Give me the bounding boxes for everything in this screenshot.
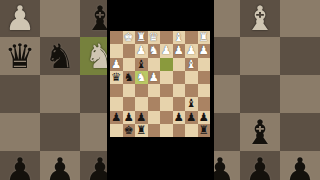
square-r3c1[interactable]: ♟ xyxy=(110,58,123,71)
square-r6c7[interactable]: ♝ xyxy=(185,97,198,110)
square-r6c5[interactable] xyxy=(160,97,173,110)
white-pawn-icon: ♟ xyxy=(161,44,171,57)
video-strip: ♚♜♛♝♜♟♞♟♟♟♟♟♝♝♛♞♞♟♝♟♟♟♟♟♟♚♜♜ xyxy=(107,0,214,180)
black-king-icon: ♚ xyxy=(124,124,134,137)
square-r2c3[interactable]: ♟ xyxy=(135,44,148,57)
square-r4c4[interactable]: ♟ xyxy=(148,71,161,84)
white-rook-icon: ♜ xyxy=(199,31,209,44)
white-king-icon: ♚ xyxy=(124,31,134,44)
square-r3c2[interactable] xyxy=(123,58,136,71)
square-r1c1[interactable] xyxy=(110,31,123,44)
square-r7c3[interactable]: ♟ xyxy=(135,111,148,124)
black-rook-icon: ♜ xyxy=(136,124,146,137)
square-r6c8 xyxy=(280,113,320,151)
square-r5c5[interactable] xyxy=(160,84,173,97)
square-r1c6[interactable]: ♝ xyxy=(173,31,186,44)
square-r4c7 xyxy=(240,37,280,75)
square-r4c5[interactable] xyxy=(160,71,173,84)
square-r8c8[interactable]: ♜ xyxy=(198,124,211,137)
square-r2c2[interactable] xyxy=(123,44,136,57)
square-r3c4[interactable] xyxy=(148,58,161,71)
square-r1c2[interactable]: ♚ xyxy=(123,31,136,44)
white-knight-icon: ♞ xyxy=(149,44,159,57)
white-pawn-icon: ♟ xyxy=(136,44,146,57)
square-r2c7[interactable]: ♟ xyxy=(185,44,198,57)
black-pawn-icon: ♟ xyxy=(186,111,196,124)
square-r1c5[interactable] xyxy=(160,31,173,44)
chess-board: ♚♜♛♝♜♟♞♟♟♟♟♟♝♝♛♞♞♟♝♟♟♟♟♟♟♚♜♜ xyxy=(110,31,210,137)
white-pawn-icon: ♟ xyxy=(5,0,35,37)
square-r3c2 xyxy=(40,0,80,37)
square-r5c4[interactable] xyxy=(148,84,161,97)
square-r4c7[interactable] xyxy=(185,71,198,84)
square-r7c2[interactable]: ♟ xyxy=(123,111,136,124)
square-r3c7[interactable]: ♝ xyxy=(185,58,198,71)
square-r3c7: ♝ xyxy=(240,0,280,37)
black-pawn-icon: ♟ xyxy=(136,111,146,124)
square-r6c2 xyxy=(40,113,80,151)
black-bishop-icon: ♝ xyxy=(186,97,196,110)
square-r8c7[interactable] xyxy=(185,124,198,137)
square-r8c5[interactable] xyxy=(160,124,173,137)
square-r8c4[interactable] xyxy=(148,124,161,137)
white-pawn-icon: ♟ xyxy=(174,44,184,57)
white-rook-icon: ♜ xyxy=(136,31,146,44)
square-r2c6[interactable]: ♟ xyxy=(173,44,186,57)
square-r6c3[interactable] xyxy=(135,97,148,110)
square-r6c2[interactable] xyxy=(123,97,136,110)
square-r5c6[interactable] xyxy=(173,84,186,97)
square-r6c7: ♝ xyxy=(240,113,280,151)
square-r4c2[interactable]: ♞ xyxy=(123,71,136,84)
square-r3c8 xyxy=(280,0,320,37)
white-pawn-icon: ♟ xyxy=(149,71,159,84)
square-r4c3[interactable]: ♞ xyxy=(135,71,148,84)
square-r2c1[interactable] xyxy=(110,44,123,57)
square-r2c4[interactable]: ♞ xyxy=(148,44,161,57)
black-pawn-icon: ♟ xyxy=(45,151,75,180)
black-pawn-icon: ♟ xyxy=(5,151,35,180)
white-knight-icon: ♞ xyxy=(136,71,146,84)
square-r6c6[interactable] xyxy=(173,97,186,110)
square-r8c1[interactable] xyxy=(110,124,123,137)
square-r7c5[interactable] xyxy=(160,111,173,124)
white-bishop-icon: ♝ xyxy=(186,58,196,71)
square-r2c8[interactable]: ♟ xyxy=(198,44,211,57)
square-r4c2: ♞ xyxy=(40,37,80,75)
square-r4c1[interactable]: ♛ xyxy=(110,71,123,84)
square-r3c5[interactable] xyxy=(160,58,173,71)
square-r8c6[interactable] xyxy=(173,124,186,137)
white-pawn-icon: ♟ xyxy=(186,44,196,57)
square-r5c7 xyxy=(240,75,280,113)
square-r7c6[interactable]: ♟ xyxy=(173,111,186,124)
black-bishop-icon: ♝ xyxy=(136,58,146,71)
square-r4c8[interactable] xyxy=(198,71,211,84)
white-queen-icon: ♛ xyxy=(149,31,159,44)
black-rook-icon: ♜ xyxy=(199,124,209,137)
square-r4c1: ♛ xyxy=(0,37,40,75)
black-queen-icon: ♛ xyxy=(5,37,35,75)
black-bishop-icon: ♝ xyxy=(245,113,275,151)
square-r4c8 xyxy=(280,37,320,75)
square-r1c7[interactable] xyxy=(185,31,198,44)
square-r2c5[interactable]: ♟ xyxy=(160,44,173,57)
square-r1c3[interactable]: ♜ xyxy=(135,31,148,44)
square-r1c8[interactable]: ♜ xyxy=(198,31,211,44)
black-pawn-icon: ♟ xyxy=(199,111,209,124)
square-r7c2: ♟ xyxy=(40,151,80,180)
square-r6c8[interactable] xyxy=(198,97,211,110)
square-r6c4[interactable] xyxy=(148,97,161,110)
square-r8c3[interactable]: ♜ xyxy=(135,124,148,137)
square-r5c8 xyxy=(280,75,320,113)
square-r4c6[interactable] xyxy=(173,71,186,84)
square-r5c7[interactable] xyxy=(185,84,198,97)
square-r1c4[interactable]: ♛ xyxy=(148,31,161,44)
black-pawn-icon: ♟ xyxy=(174,111,184,124)
black-queen-icon: ♛ xyxy=(111,71,121,84)
square-r3c1: ♟ xyxy=(0,0,40,37)
black-knight-icon: ♞ xyxy=(124,71,134,84)
square-r7c4[interactable] xyxy=(148,111,161,124)
black-pawn-icon: ♟ xyxy=(111,111,121,124)
black-knight-icon: ♞ xyxy=(45,37,75,75)
square-r6c1[interactable] xyxy=(110,97,123,110)
square-r5c2 xyxy=(40,75,80,113)
square-r7c7: ♟ xyxy=(240,151,280,180)
black-pawn-icon: ♟ xyxy=(124,111,134,124)
square-r5c8[interactable] xyxy=(198,84,211,97)
white-pawn-icon: ♟ xyxy=(199,44,209,57)
square-r3c6[interactable] xyxy=(173,58,186,71)
square-r3c3[interactable]: ♝ xyxy=(135,58,148,71)
square-r6c1 xyxy=(0,113,40,151)
square-r7c1[interactable]: ♟ xyxy=(110,111,123,124)
square-r7c7[interactable]: ♟ xyxy=(185,111,198,124)
white-bishop-icon: ♝ xyxy=(245,0,275,37)
square-r3c8[interactable] xyxy=(198,58,211,71)
square-r7c8: ♟ xyxy=(280,151,320,180)
white-pawn-icon: ♟ xyxy=(111,58,121,71)
white-bishop-icon: ♝ xyxy=(174,31,184,44)
square-r5c1 xyxy=(0,75,40,113)
square-r7c1: ♟ xyxy=(0,151,40,180)
square-r5c3[interactable] xyxy=(135,84,148,97)
video-frame: ♚♜♛♝♜♟♞♟♟♟♟♟♝♝♛♞♞♟♝♟♟♟♟♟♟♚♜♜ ♚♜♛♝♜♟♞♟♟♟♟… xyxy=(0,0,320,180)
square-r7c8[interactable]: ♟ xyxy=(198,111,211,124)
square-r5c1[interactable] xyxy=(110,84,123,97)
black-pawn-icon: ♟ xyxy=(245,151,275,180)
square-r8c2[interactable]: ♚ xyxy=(123,124,136,137)
black-pawn-icon: ♟ xyxy=(285,151,315,180)
square-r5c2[interactable] xyxy=(123,84,136,97)
